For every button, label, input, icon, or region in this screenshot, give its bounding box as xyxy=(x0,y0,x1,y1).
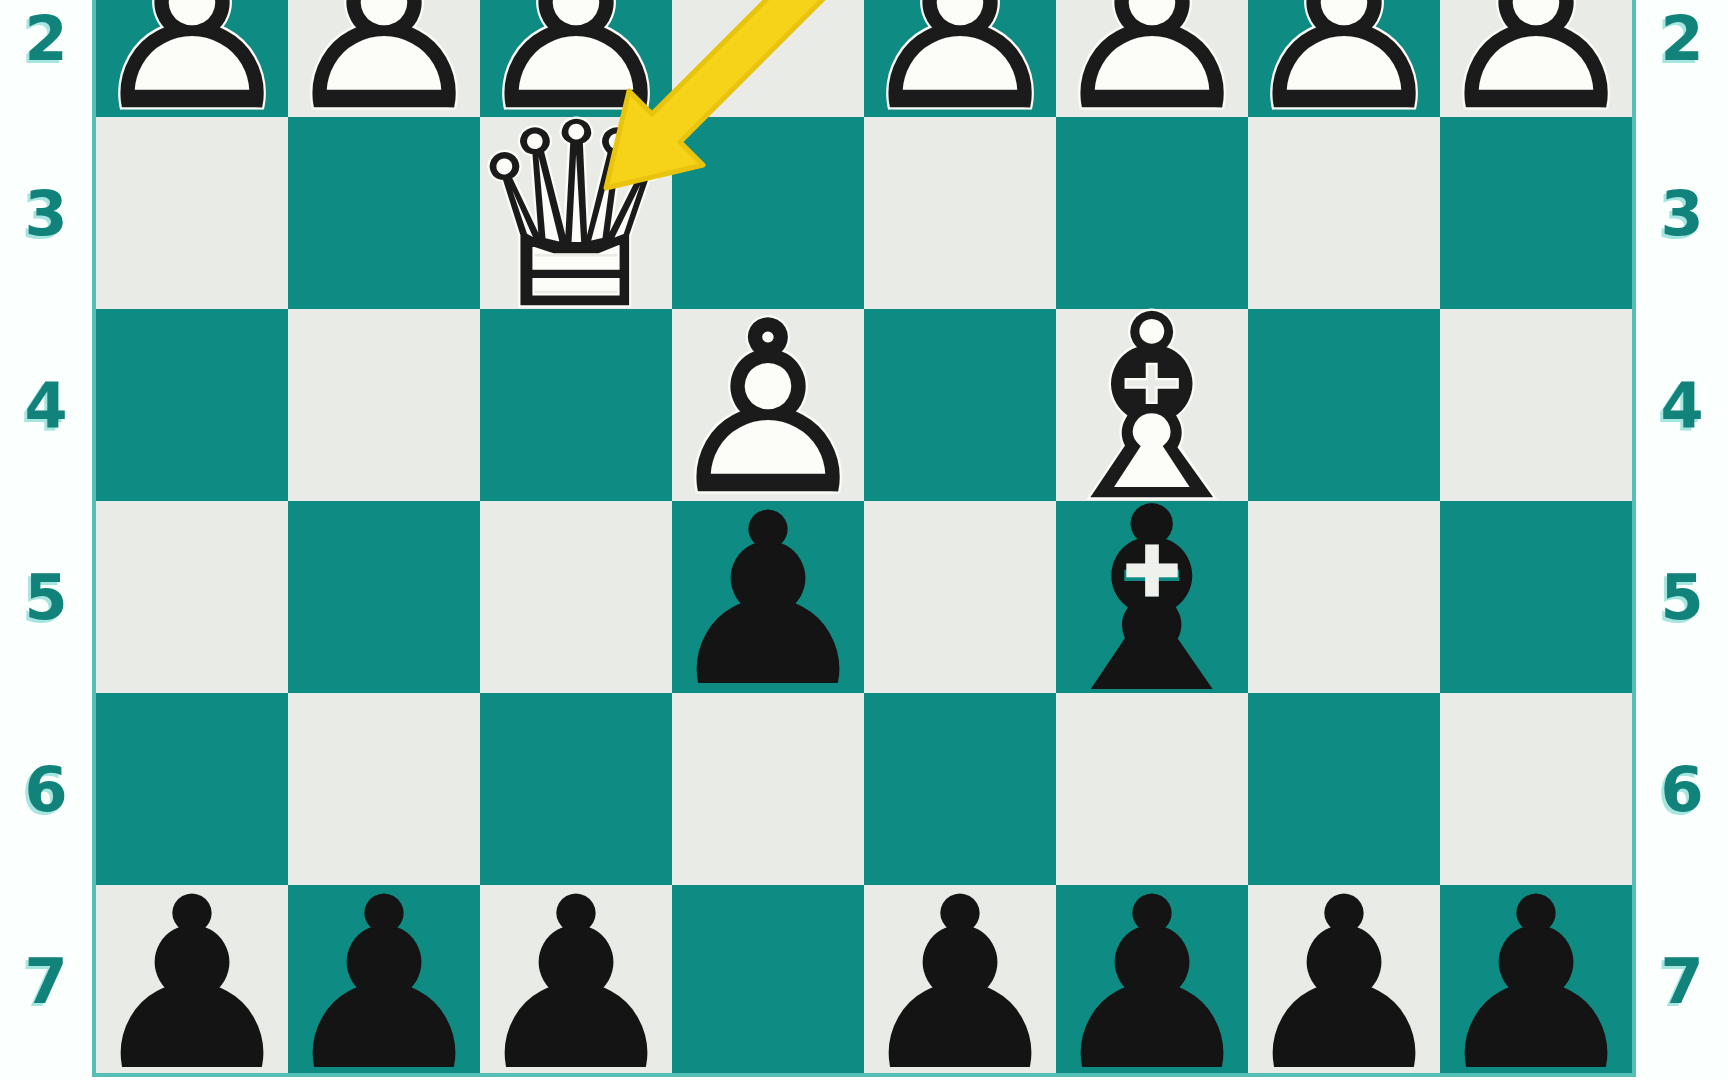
square-h4[interactable] xyxy=(96,309,288,501)
square-f3[interactable]: ♛♕ xyxy=(480,117,672,309)
square-d5[interactable] xyxy=(864,501,1056,693)
square-g3[interactable] xyxy=(288,117,480,309)
square-b3[interactable] xyxy=(1248,117,1440,309)
black-pawn[interactable]: ♟ xyxy=(1056,885,1248,1077)
rank-label-left-5: 5 xyxy=(24,561,67,634)
square-h5[interactable] xyxy=(96,501,288,693)
square-f7[interactable]: ♟ xyxy=(480,885,672,1077)
white-pawn-outline: ♙ xyxy=(864,0,1056,121)
square-c7[interactable]: ♟ xyxy=(1056,885,1248,1077)
board-grid: ♟♙♟♙♟♙♟♙♟♙♟♙♟♙♛♕♟♙♝♗♟♝+♟♟♟♟♟♟♟ xyxy=(96,0,1632,1077)
white-pawn[interactable]: ♟♙ xyxy=(864,0,1056,117)
square-a2[interactable]: ♟♙ xyxy=(1440,0,1632,117)
white-pawn[interactable]: ♟♙ xyxy=(1248,0,1440,117)
black-pawn-glyph: ♟ xyxy=(1248,889,1440,1077)
square-g7[interactable]: ♟ xyxy=(288,885,480,1077)
bishop-cross-detail: + xyxy=(1056,531,1248,605)
square-a3[interactable] xyxy=(1440,117,1632,309)
square-h7[interactable]: ♟ xyxy=(96,885,288,1077)
square-a7[interactable]: ♟ xyxy=(1440,885,1632,1077)
white-queen[interactable]: ♛♕ xyxy=(480,117,672,309)
black-pawn-glyph: ♟ xyxy=(96,889,288,1077)
square-d4[interactable] xyxy=(864,309,1056,501)
black-pawn-glyph: ♟ xyxy=(288,889,480,1077)
square-g4[interactable] xyxy=(288,309,480,501)
square-b4[interactable] xyxy=(1248,309,1440,501)
black-pawn[interactable]: ♟ xyxy=(672,501,864,693)
board-frame-right xyxy=(1632,0,1636,1077)
black-pawn[interactable]: ♟ xyxy=(96,885,288,1077)
square-g5[interactable] xyxy=(288,501,480,693)
white-pawn-outline: ♙ xyxy=(1440,0,1632,121)
chess-app-stage: ♟♙♟♙♟♙♟♙♟♙♟♙♟♙♛♕♟♙♝♗♟♝+♟♟♟♟♟♟♟ 223344556… xyxy=(0,0,1728,1080)
rank-label-left-3: 3 xyxy=(24,177,67,250)
square-f5[interactable] xyxy=(480,501,672,693)
square-e5[interactable]: ♟ xyxy=(672,501,864,693)
black-pawn-glyph: ♟ xyxy=(672,505,864,697)
white-pawn-outline: ♙ xyxy=(96,0,288,121)
square-b5[interactable] xyxy=(1248,501,1440,693)
black-pawn-glyph: ♟ xyxy=(864,889,1056,1077)
black-pawn[interactable]: ♟ xyxy=(864,885,1056,1077)
rank-label-right-3: 3 xyxy=(1660,177,1703,250)
black-pawn-glyph: ♟ xyxy=(1056,889,1248,1077)
black-bishop[interactable]: ♝+ xyxy=(1056,501,1248,693)
board-frame-bottom xyxy=(92,1073,1636,1077)
rank-label-right-4: 4 xyxy=(1660,369,1703,442)
square-a5[interactable] xyxy=(1440,501,1632,693)
white-pawn-outline: ♙ xyxy=(1248,0,1440,121)
black-pawn-glyph: ♟ xyxy=(1440,889,1632,1077)
rank-label-left-4: 4 xyxy=(24,369,67,442)
rank-label-left-6: 6 xyxy=(24,753,67,826)
black-pawn[interactable]: ♟ xyxy=(288,885,480,1077)
square-e7[interactable] xyxy=(672,885,864,1077)
rank-label-left-7: 7 xyxy=(24,945,67,1018)
white-pawn[interactable]: ♟♙ xyxy=(1056,0,1248,117)
white-queen-outline: ♕ xyxy=(480,121,672,313)
square-d2[interactable]: ♟♙ xyxy=(864,0,1056,117)
square-b7[interactable]: ♟ xyxy=(1248,885,1440,1077)
square-d3[interactable] xyxy=(864,117,1056,309)
square-c5[interactable]: ♝+ xyxy=(1056,501,1248,693)
white-pawn[interactable]: ♟♙ xyxy=(288,0,480,117)
square-c2[interactable]: ♟♙ xyxy=(1056,0,1248,117)
square-g2[interactable]: ♟♙ xyxy=(288,0,480,117)
square-d7[interactable]: ♟ xyxy=(864,885,1056,1077)
rank-label-right-6: 6 xyxy=(1660,753,1703,826)
white-pawn[interactable]: ♟♙ xyxy=(96,0,288,117)
white-pawn[interactable]: ♟♙ xyxy=(1440,0,1632,117)
rank-label-left-2: 2 xyxy=(24,2,67,75)
square-h2[interactable]: ♟♙ xyxy=(96,0,288,117)
black-pawn[interactable]: ♟ xyxy=(1440,885,1632,1077)
white-pawn-outline: ♙ xyxy=(288,0,480,121)
board-frame-left xyxy=(92,0,96,1077)
black-pawn[interactable]: ♟ xyxy=(480,885,672,1077)
black-pawn-glyph: ♟ xyxy=(480,889,672,1077)
rank-label-right-7: 7 xyxy=(1660,945,1703,1018)
square-b2[interactable]: ♟♙ xyxy=(1248,0,1440,117)
rank-label-right-2: 2 xyxy=(1660,2,1703,75)
chess-board: ♟♙♟♙♟♙♟♙♟♙♟♙♟♙♛♕♟♙♝♗♟♝+♟♟♟♟♟♟♟ xyxy=(96,0,1632,1077)
square-e6[interactable] xyxy=(672,693,864,885)
square-h3[interactable] xyxy=(96,117,288,309)
square-e2[interactable] xyxy=(672,0,864,117)
black-pawn[interactable]: ♟ xyxy=(1248,885,1440,1077)
square-a4[interactable] xyxy=(1440,309,1632,501)
rank-label-right-5: 5 xyxy=(1660,561,1703,634)
square-f4[interactable] xyxy=(480,309,672,501)
white-pawn-outline: ♙ xyxy=(1056,0,1248,121)
